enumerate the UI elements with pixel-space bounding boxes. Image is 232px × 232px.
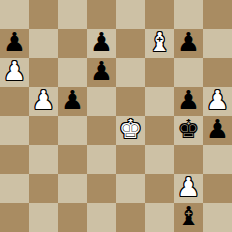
square-e5[interactable]: [116, 87, 145, 116]
square-h2[interactable]: [203, 174, 232, 203]
black-bishop: ♝: [177, 202, 200, 231]
square-f7[interactable]: ♝: [145, 29, 174, 58]
square-b1[interactable]: [29, 203, 58, 232]
white-pawn: ♟: [32, 86, 55, 115]
square-c8[interactable]: [58, 0, 87, 29]
square-f8[interactable]: [145, 0, 174, 29]
black-pawn: ♟: [61, 86, 84, 115]
square-a6[interactable]: ♟: [0, 58, 29, 87]
white-pawn: ♟: [206, 86, 229, 115]
square-g4[interactable]: ♚: [174, 116, 203, 145]
square-g1[interactable]: ♝: [174, 203, 203, 232]
square-f2[interactable]: [145, 174, 174, 203]
square-g2[interactable]: ♟: [174, 174, 203, 203]
white-king: ♚: [119, 115, 142, 144]
square-h7[interactable]: [203, 29, 232, 58]
square-c1[interactable]: [58, 203, 87, 232]
square-d8[interactable]: [87, 0, 116, 29]
square-a5[interactable]: [0, 87, 29, 116]
square-b7[interactable]: [29, 29, 58, 58]
square-h1[interactable]: [203, 203, 232, 232]
square-d1[interactable]: [87, 203, 116, 232]
square-a4[interactable]: [0, 116, 29, 145]
square-f5[interactable]: [145, 87, 174, 116]
square-e8[interactable]: [116, 0, 145, 29]
square-e2[interactable]: [116, 174, 145, 203]
square-b2[interactable]: [29, 174, 58, 203]
square-e7[interactable]: [116, 29, 145, 58]
square-g6[interactable]: [174, 58, 203, 87]
square-a3[interactable]: [0, 145, 29, 174]
square-g7[interactable]: ♟: [174, 29, 203, 58]
square-g5[interactable]: ♟: [174, 87, 203, 116]
white-bishop: ♝: [148, 28, 171, 57]
square-c3[interactable]: [58, 145, 87, 174]
black-pawn: ♟: [3, 28, 26, 57]
square-b6[interactable]: [29, 58, 58, 87]
square-e6[interactable]: [116, 58, 145, 87]
square-a2[interactable]: [0, 174, 29, 203]
black-pawn: ♟: [90, 28, 113, 57]
square-c5[interactable]: ♟: [58, 87, 87, 116]
square-e4[interactable]: ♚: [116, 116, 145, 145]
square-d6[interactable]: ♟: [87, 58, 116, 87]
square-a1[interactable]: [0, 203, 29, 232]
square-d4[interactable]: [87, 116, 116, 145]
square-f6[interactable]: [145, 58, 174, 87]
square-d3[interactable]: [87, 145, 116, 174]
square-d7[interactable]: ♟: [87, 29, 116, 58]
square-h5[interactable]: ♟: [203, 87, 232, 116]
square-d5[interactable]: [87, 87, 116, 116]
black-pawn: ♟: [177, 86, 200, 115]
square-h4[interactable]: ♟: [203, 116, 232, 145]
square-b5[interactable]: ♟: [29, 87, 58, 116]
square-e1[interactable]: [116, 203, 145, 232]
square-h6[interactable]: [203, 58, 232, 87]
square-a8[interactable]: [0, 0, 29, 29]
square-a7[interactable]: ♟: [0, 29, 29, 58]
square-g8[interactable]: [174, 0, 203, 29]
square-b3[interactable]: [29, 145, 58, 174]
square-f4[interactable]: [145, 116, 174, 145]
square-c4[interactable]: [58, 116, 87, 145]
square-h8[interactable]: [203, 0, 232, 29]
black-king: ♚: [177, 115, 200, 144]
square-f1[interactable]: [145, 203, 174, 232]
square-h3[interactable]: [203, 145, 232, 174]
square-b8[interactable]: [29, 0, 58, 29]
chess-board: ♟♟♝♟♟♟♟♟♟♟♚♚♟♟♝: [0, 0, 232, 232]
square-g3[interactable]: [174, 145, 203, 174]
black-pawn: ♟: [177, 28, 200, 57]
black-pawn: ♟: [90, 57, 113, 86]
square-c2[interactable]: [58, 174, 87, 203]
square-c7[interactable]: [58, 29, 87, 58]
black-pawn: ♟: [206, 115, 229, 144]
square-f3[interactable]: [145, 145, 174, 174]
square-c6[interactable]: [58, 58, 87, 87]
square-b4[interactable]: [29, 116, 58, 145]
square-d2[interactable]: [87, 174, 116, 203]
white-pawn: ♟: [177, 173, 200, 202]
white-pawn: ♟: [3, 57, 26, 86]
square-e3[interactable]: [116, 145, 145, 174]
